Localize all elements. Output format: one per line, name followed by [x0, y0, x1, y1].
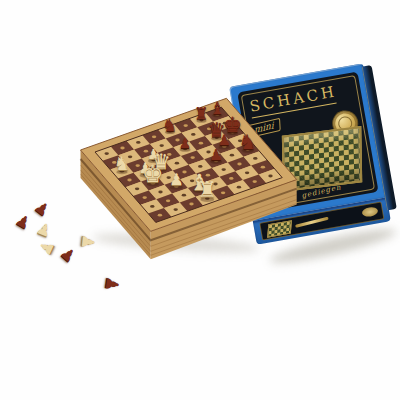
chess-board[interactable] — [0, 0, 400, 400]
photo-stage: SCHACH mini gediegen ♞♜♝♞♟♟♛♚♟♛♟♚♟♞♟♝♜♟♟… — [0, 0, 400, 400]
